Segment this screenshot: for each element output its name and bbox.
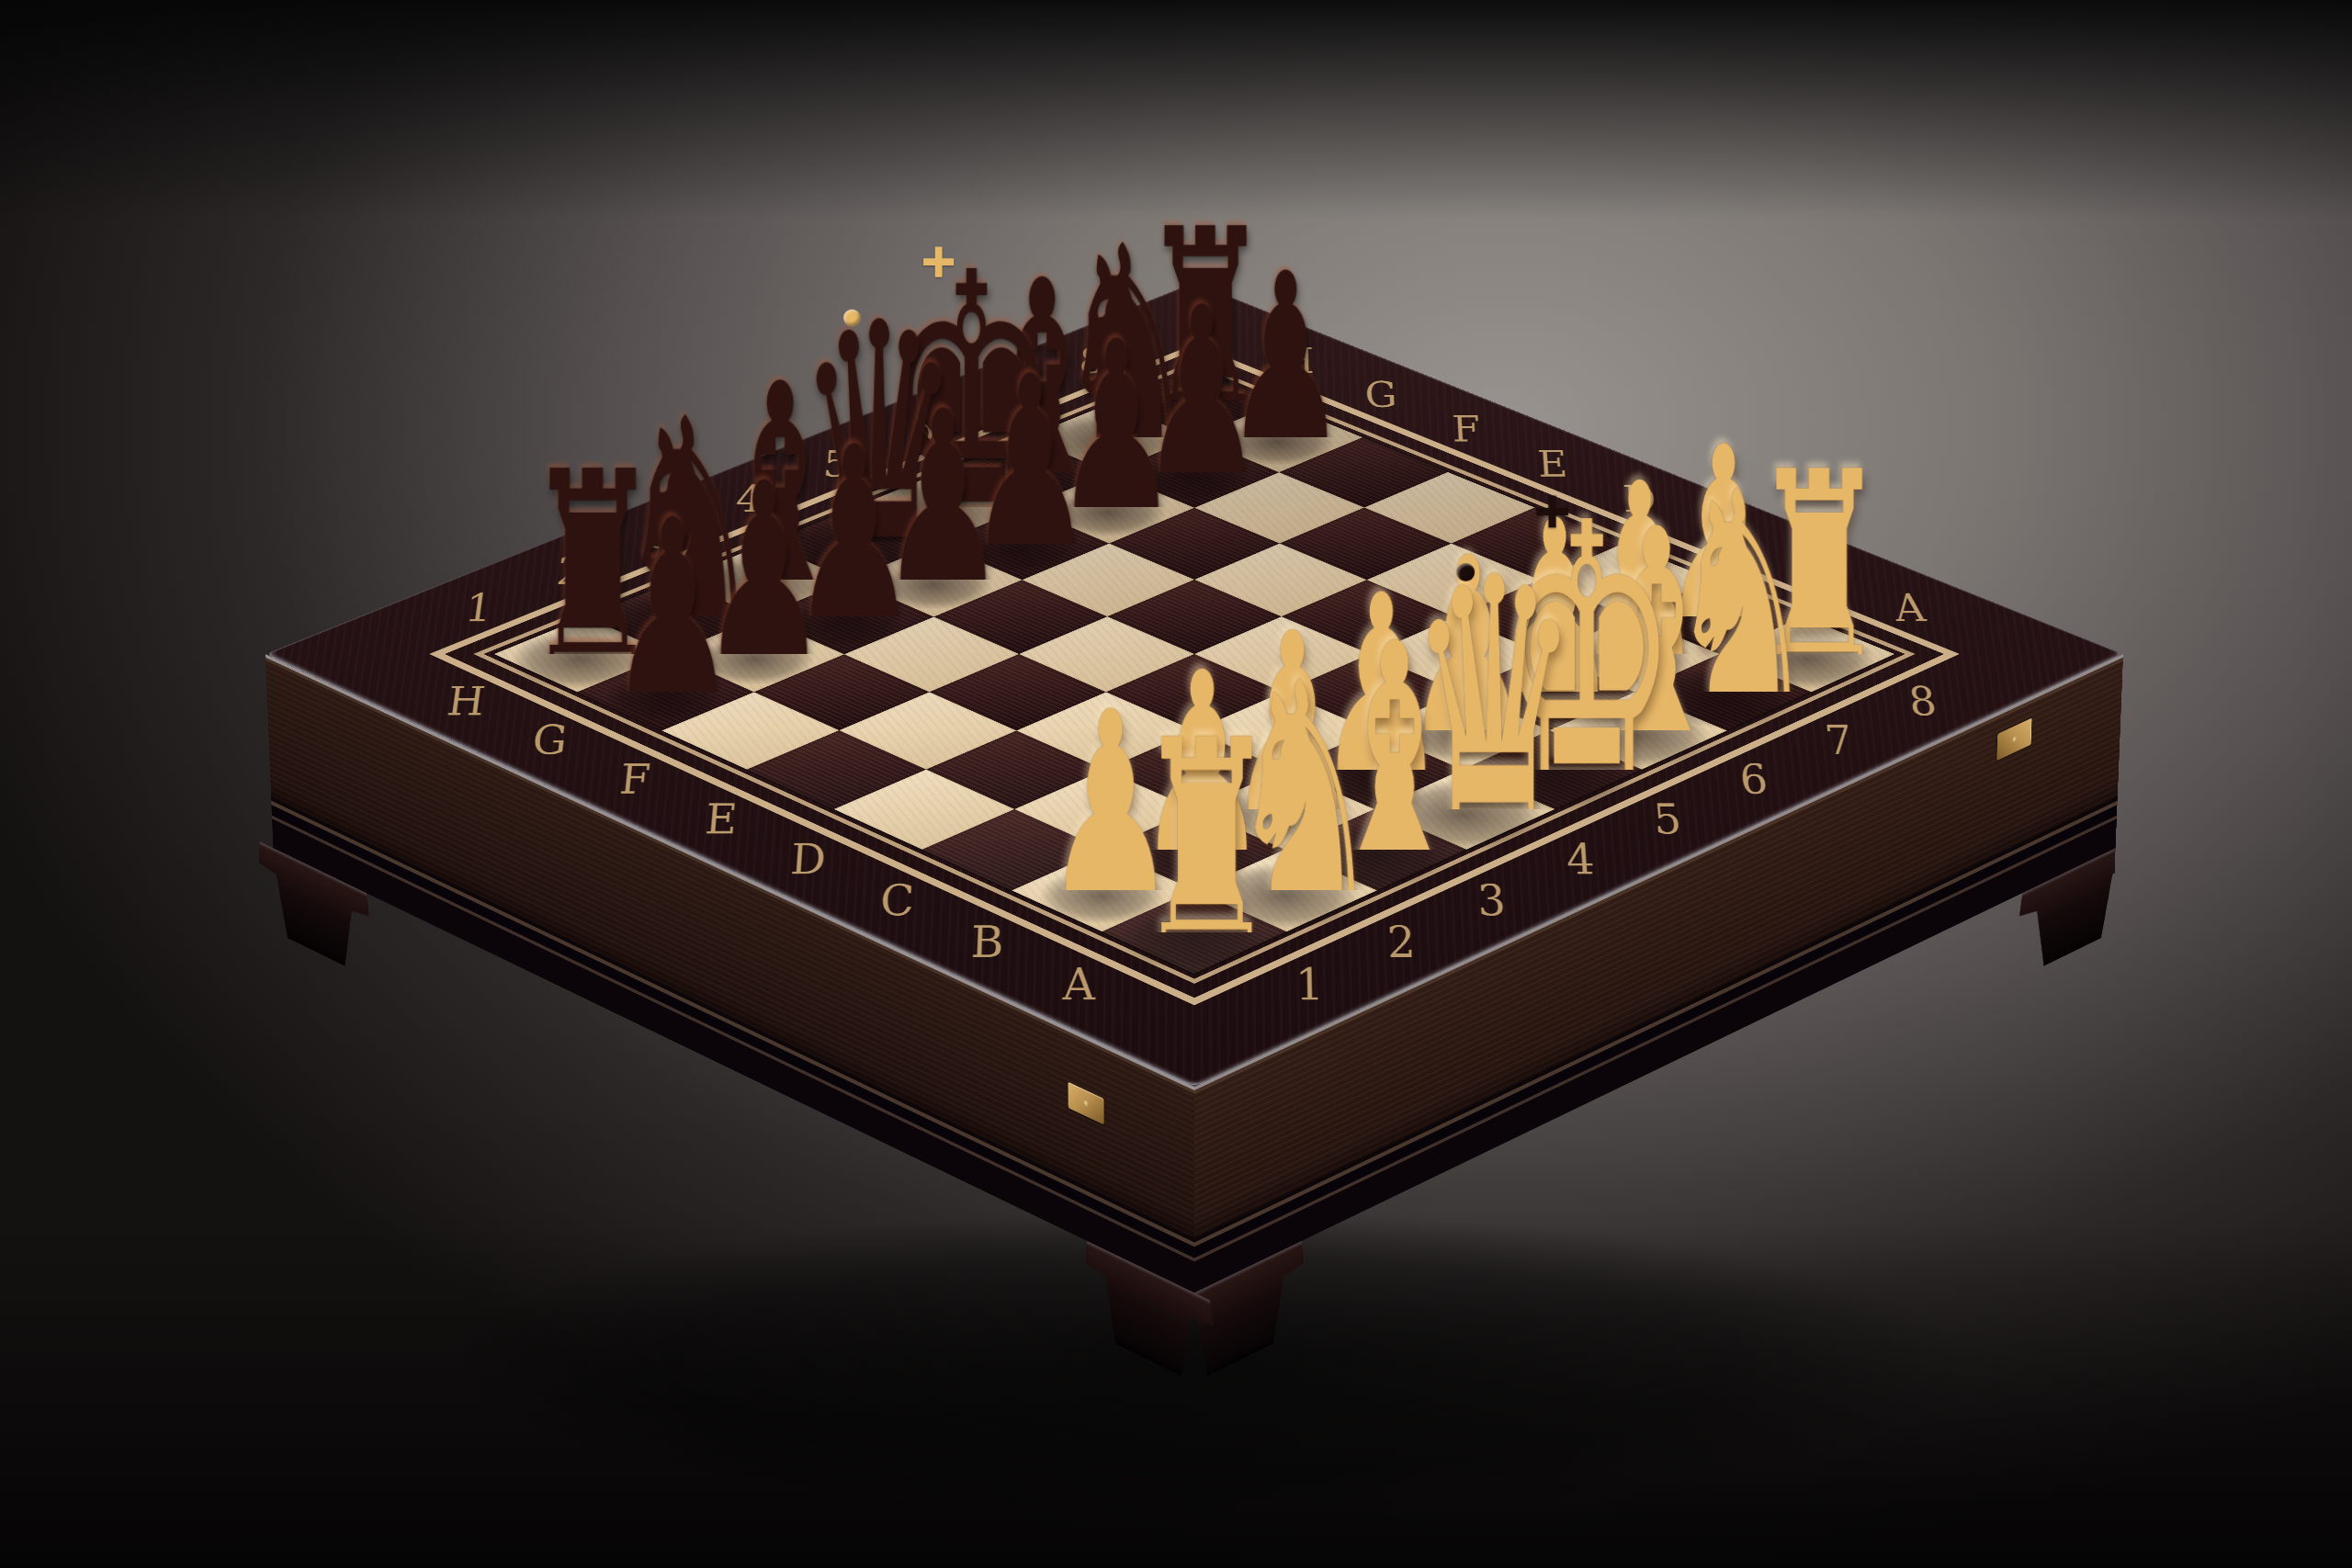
brass-clasp[interactable] — [1068, 1082, 1103, 1125]
studio-scene: HH88GG77FF66EE55DD44CC33BB22AA11 ♜♞♝♚♛♝♞… — [0, 0, 2352, 1568]
brass-hinge-icon[interactable] — [1996, 718, 2031, 761]
label-file-top-H: H — [1279, 344, 1315, 378]
box-foot-left-corner — [257, 840, 371, 979]
label-rank-left-8: 8 — [1079, 344, 1104, 378]
piece-light-rook-a1[interactable]: ♜ — [1088, 646, 1301, 932]
box-foot-right-corner — [2017, 840, 2131, 979]
label-file-top-G: G — [1364, 377, 1397, 412]
label-rank-left-6: 6 — [909, 411, 936, 446]
piece-dark-pawn-g1[interactable]: ♟ — [563, 434, 767, 692]
chess-box-3d: HH88GG77FF66EE55DD44CC33BB22AA11 ♜♞♝♚♛♝♞… — [266, 282, 2123, 1087]
label-rank-left-7: 7 — [994, 377, 1021, 412]
